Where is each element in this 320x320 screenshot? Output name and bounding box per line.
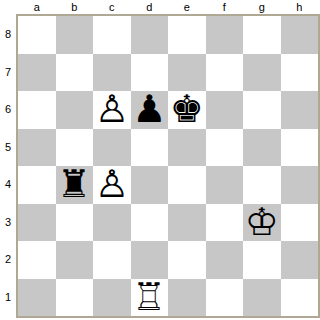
rank-label-6: 6 — [0, 91, 16, 129]
square-c1[interactable] — [93, 279, 131, 317]
square-f1[interactable] — [206, 279, 244, 317]
black-rook: ♜ — [57, 166, 91, 204]
square-b1[interactable] — [56, 279, 94, 317]
rank-label-1: 1 — [0, 279, 16, 317]
square-e8[interactable] — [168, 16, 206, 54]
square-e5[interactable] — [168, 129, 206, 167]
square-f3[interactable] — [206, 204, 244, 242]
black-king: ♚ — [170, 91, 204, 129]
square-g4[interactable] — [243, 166, 281, 204]
square-d4[interactable] — [131, 166, 169, 204]
square-a3[interactable] — [18, 204, 56, 242]
rank-label-4: 4 — [0, 166, 16, 204]
square-g7[interactable] — [243, 54, 281, 92]
square-h5[interactable] — [281, 129, 319, 167]
square-g5[interactable] — [243, 129, 281, 167]
file-label-f: f — [206, 0, 244, 14]
square-g3[interactable]: ♔ — [243, 204, 281, 242]
square-b8[interactable] — [56, 16, 94, 54]
square-h8[interactable] — [281, 16, 319, 54]
square-e6[interactable]: ♚ — [168, 91, 206, 129]
file-label-e: e — [168, 0, 206, 14]
square-d7[interactable] — [131, 54, 169, 92]
square-a5[interactable] — [18, 129, 56, 167]
file-label-h: h — [281, 0, 319, 14]
square-d3[interactable] — [131, 204, 169, 242]
square-d8[interactable] — [131, 16, 169, 54]
file-label-g: g — [243, 0, 281, 14]
square-e4[interactable] — [168, 166, 206, 204]
square-h1[interactable] — [281, 279, 319, 317]
file-label-b: b — [56, 0, 94, 14]
square-d2[interactable] — [131, 241, 169, 279]
square-b6[interactable] — [56, 91, 94, 129]
square-b7[interactable] — [56, 54, 94, 92]
rank-label-2: 2 — [0, 241, 16, 279]
square-e2[interactable] — [168, 241, 206, 279]
rank-label-5: 5 — [0, 129, 16, 167]
square-a8[interactable] — [18, 16, 56, 54]
square-g6[interactable] — [243, 91, 281, 129]
square-c3[interactable] — [93, 204, 131, 242]
square-g1[interactable] — [243, 279, 281, 317]
square-f8[interactable] — [206, 16, 244, 54]
square-a6[interactable] — [18, 91, 56, 129]
chess-board-window: abcdefgh 87654321 ♙♟♚♜♙♔♖ — [0, 0, 320, 320]
square-h3[interactable] — [281, 204, 319, 242]
square-g8[interactable] — [243, 16, 281, 54]
white-pawn: ♙ — [95, 91, 129, 129]
square-b3[interactable] — [56, 204, 94, 242]
square-c4[interactable]: ♙ — [93, 166, 131, 204]
chess-board: ♙♟♚♜♙♔♖ — [16, 14, 320, 318]
rank-label-7: 7 — [0, 54, 16, 92]
square-c2[interactable] — [93, 241, 131, 279]
square-c6[interactable]: ♙ — [93, 91, 131, 129]
file-label-a: a — [18, 0, 56, 14]
square-d5[interactable] — [131, 129, 169, 167]
square-d6[interactable]: ♟ — [131, 91, 169, 129]
square-c8[interactable] — [93, 16, 131, 54]
square-a1[interactable] — [18, 279, 56, 317]
white-king: ♔ — [245, 204, 279, 242]
square-f5[interactable] — [206, 129, 244, 167]
square-h7[interactable] — [281, 54, 319, 92]
square-h6[interactable] — [281, 91, 319, 129]
square-a4[interactable] — [18, 166, 56, 204]
square-f6[interactable] — [206, 91, 244, 129]
square-c7[interactable] — [93, 54, 131, 92]
square-h2[interactable] — [281, 241, 319, 279]
square-a2[interactable] — [18, 241, 56, 279]
rank-label-3: 3 — [0, 204, 16, 242]
white-pawn: ♙ — [95, 166, 129, 204]
rank-label-8: 8 — [0, 16, 16, 54]
file-label-c: c — [93, 0, 131, 14]
file-labels: abcdefgh — [18, 0, 318, 14]
square-e1[interactable] — [168, 279, 206, 317]
square-b4[interactable]: ♜ — [56, 166, 94, 204]
square-f7[interactable] — [206, 54, 244, 92]
square-a7[interactable] — [18, 54, 56, 92]
white-rook: ♖ — [132, 279, 166, 317]
rank-labels: 87654321 — [0, 16, 16, 316]
black-pawn: ♟ — [132, 91, 166, 129]
square-h4[interactable] — [281, 166, 319, 204]
square-f2[interactable] — [206, 241, 244, 279]
square-c5[interactable] — [93, 129, 131, 167]
square-f4[interactable] — [206, 166, 244, 204]
square-d1[interactable]: ♖ — [131, 279, 169, 317]
square-e3[interactable] — [168, 204, 206, 242]
square-b5[interactable] — [56, 129, 94, 167]
file-label-d: d — [131, 0, 169, 14]
square-g2[interactable] — [243, 241, 281, 279]
square-e7[interactable] — [168, 54, 206, 92]
square-b2[interactable] — [56, 241, 94, 279]
